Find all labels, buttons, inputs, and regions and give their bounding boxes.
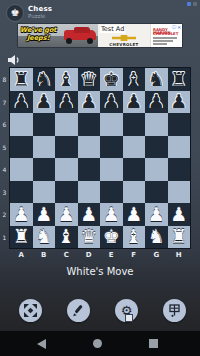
ad-smallprint <box>153 37 177 39</box>
square-h8[interactable]: ♜ <box>168 68 191 91</box>
settings-button[interactable]: ⚙ <box>115 299 138 322</box>
edit-button[interactable] <box>67 299 90 322</box>
black-pawn[interactable]: ♟ <box>125 92 142 111</box>
white-rook[interactable]: ♜ <box>13 227 30 246</box>
black-rook[interactable]: ♜ <box>13 69 30 88</box>
back-button[interactable] <box>37 339 46 349</box>
white-rook[interactable]: ♜ <box>170 227 187 246</box>
square-c8[interactable]: ♝ <box>55 68 78 91</box>
black-pawn[interactable]: ♟ <box>170 92 187 111</box>
expand-board-button[interactable] <box>19 299 42 322</box>
recents-button[interactable] <box>149 339 158 348</box>
ad-smallprint <box>153 43 167 45</box>
square-c5[interactable] <box>55 136 78 159</box>
square-c7[interactable]: ♟ <box>55 91 78 114</box>
square-b8[interactable]: ♞ <box>33 68 56 91</box>
white-pawn[interactable]: ♟ <box>125 204 142 223</box>
black-pawn[interactable]: ♟ <box>148 92 165 111</box>
square-g5[interactable] <box>145 136 168 159</box>
file-label-e: E <box>100 251 123 259</box>
rank-label-3: 3 <box>0 189 9 196</box>
square-b6[interactable] <box>33 113 56 136</box>
square-h3[interactable] <box>168 181 191 204</box>
square-g1[interactable]: ♞ <box>145 226 168 249</box>
sound-toggle[interactable] <box>8 51 21 63</box>
black-pawn[interactable]: ♟ <box>58 92 75 111</box>
square-a1[interactable]: ♜ <box>10 226 33 249</box>
square-d1[interactable]: ♛ <box>78 226 101 249</box>
expand-arrows-icon <box>24 304 37 317</box>
square-f2[interactable]: ♟ <box>123 203 146 226</box>
square-a2[interactable]: ♟ <box>10 203 33 226</box>
rank-labels: 87654321 <box>0 68 10 248</box>
square-h5[interactable] <box>168 136 191 159</box>
black-queen[interactable]: ♛ <box>80 69 97 88</box>
white-pawn[interactable]: ♟ <box>80 204 97 223</box>
square-f5[interactable] <box>123 136 146 159</box>
white-knight[interactable]: ♞ <box>148 227 165 246</box>
square-d7[interactable]: ♟ <box>78 91 101 114</box>
status-bar-icons <box>187 2 197 6</box>
square-e1[interactable]: ♚ <box>100 226 123 249</box>
file-label-f: F <box>123 251 146 259</box>
square-g7[interactable]: ♟ <box>145 91 168 114</box>
status-icon <box>187 2 191 6</box>
rank-label-1: 1 <box>0 234 9 241</box>
chess-king-icon: ♚ <box>11 7 20 18</box>
white-queen[interactable]: ♛ <box>80 227 97 246</box>
ad-smallprint <box>153 40 173 42</box>
chevrolet-bowtie-logo <box>112 35 136 41</box>
white-pawn[interactable]: ♟ <box>35 204 52 223</box>
black-bishop[interactable]: ♝ <box>58 69 75 88</box>
file-label-h: H <box>168 251 191 259</box>
square-d4[interactable] <box>78 158 101 181</box>
black-knight[interactable]: ♞ <box>35 69 52 88</box>
file-label-b: B <box>33 251 56 259</box>
square-b5[interactable] <box>33 136 56 159</box>
black-king[interactable]: ♚ <box>103 69 120 88</box>
square-g2[interactable]: ♟ <box>145 203 168 226</box>
chess-board: ♜♞♝♛♚♝♞♜♟♟♟♟♟♟♟♟♟♟♟♟♟♟♟♟♜♞♝♛♚♝♞♜ <box>10 68 190 248</box>
ad-info-icon[interactable]: ⓘ <box>172 25 177 30</box>
app-subtitle: Puzzle <box>28 13 45 19</box>
jeep-wheel <box>66 38 72 44</box>
rank-label-8: 8 <box>0 76 9 83</box>
black-pawn[interactable]: ♟ <box>35 92 52 111</box>
square-e5[interactable] <box>100 136 123 159</box>
square-e4[interactable] <box>100 158 123 181</box>
square-e8[interactable]: ♚ <box>100 68 123 91</box>
demo-board-button[interactable] <box>163 299 186 322</box>
ad-jeep-image[interactable]: We've gotJeeps! <box>18 24 98 47</box>
square-f7[interactable]: ♟ <box>123 91 146 114</box>
file-label-g: G <box>145 251 168 259</box>
ad-headline: We've gotJeeps! <box>20 26 56 43</box>
file-label-d: D <box>78 251 101 259</box>
rank-label-5: 5 <box>0 144 9 151</box>
square-f4[interactable] <box>123 158 146 181</box>
gear-page-shape <box>125 314 133 322</box>
square-g8[interactable]: ♞ <box>145 68 168 91</box>
file-label-a: A <box>10 251 33 259</box>
square-c4[interactable] <box>55 158 78 181</box>
square-f8[interactable]: ♝ <box>123 68 146 91</box>
square-b1[interactable]: ♞ <box>33 226 56 249</box>
gear-icon: ⚙ <box>121 304 133 317</box>
square-d2[interactable]: ♟ <box>78 203 101 226</box>
square-g4[interactable] <box>145 158 168 181</box>
file-labels: ABCDEFGH <box>10 251 190 259</box>
white-bishop[interactable]: ♝ <box>58 227 75 246</box>
jeep-wheel <box>87 38 93 44</box>
square-c2[interactable]: ♟ <box>55 203 78 226</box>
black-pawn[interactable]: ♟ <box>80 92 97 111</box>
square-f1[interactable]: ♝ <box>123 226 146 249</box>
advertiser-line2: CHEVROLET <box>153 32 178 36</box>
black-bishop[interactable]: ♝ <box>125 69 142 88</box>
square-g6[interactable] <box>145 113 168 136</box>
home-button[interactable] <box>93 339 102 348</box>
white-pawn[interactable]: ♟ <box>58 204 75 223</box>
rank-label-4: 4 <box>0 166 9 173</box>
square-h7[interactable]: ♟ <box>168 91 191 114</box>
square-c6[interactable] <box>55 113 78 136</box>
black-rook[interactable]: ♜ <box>170 69 187 88</box>
rank-label-6: 6 <box>0 121 9 128</box>
ad-banner[interactable]: We've gotJeeps! Test Ad CHEVROLET RANDY … <box>18 24 182 47</box>
pencil-icon <box>72 304 85 317</box>
app-screen: ♚ Chess Puzzle We've gotJeeps! Test Ad C… <box>0 0 200 356</box>
square-a7[interactable]: ♟ <box>10 91 33 114</box>
white-pawn[interactable]: ♟ <box>13 204 30 223</box>
square-h1[interactable]: ♜ <box>168 226 191 249</box>
black-pawn[interactable]: ♟ <box>103 92 120 111</box>
speaker-icon <box>8 54 21 66</box>
square-c1[interactable]: ♝ <box>55 226 78 249</box>
black-knight[interactable]: ♞ <box>148 69 165 88</box>
file-label-c: C <box>55 251 78 259</box>
turn-indicator: White's Move <box>0 266 200 277</box>
square-a8[interactable]: ♜ <box>10 68 33 91</box>
rank-label-2: 2 <box>0 211 9 218</box>
square-a6[interactable] <box>10 113 33 136</box>
white-pawn[interactable]: ♟ <box>148 204 165 223</box>
square-g3[interactable] <box>145 181 168 204</box>
square-e7[interactable]: ♟ <box>100 91 123 114</box>
app-title: Chess <box>28 5 52 13</box>
white-pawn[interactable]: ♟ <box>103 204 120 223</box>
square-b7[interactable]: ♟ <box>33 91 56 114</box>
square-h4[interactable] <box>168 158 191 181</box>
white-pawn[interactable]: ♟ <box>170 204 187 223</box>
toolbar: ⚙ <box>0 297 200 323</box>
square-h6[interactable] <box>168 113 191 136</box>
square-f3[interactable] <box>123 181 146 204</box>
white-king[interactable]: ♚ <box>103 227 120 246</box>
brand-name: CHEVROLET <box>98 42 150 47</box>
square-d3[interactable] <box>78 181 101 204</box>
square-b2[interactable]: ♟ <box>33 203 56 226</box>
square-f6[interactable] <box>123 113 146 136</box>
square-e2[interactable]: ♟ <box>100 203 123 226</box>
demo-board-icon <box>168 304 181 317</box>
square-e3[interactable] <box>100 181 123 204</box>
app-icon: ♚ <box>6 4 24 22</box>
ad-advertiser-section[interactable]: RANDY MARION CHEVROLET ⓘ ✕ <box>150 24 182 47</box>
square-a3[interactable] <box>10 181 33 204</box>
square-b4[interactable] <box>33 158 56 181</box>
status-icon <box>193 2 197 6</box>
square-d6[interactable] <box>78 113 101 136</box>
rank-label-7: 7 <box>0 99 9 106</box>
square-c3[interactable] <box>55 181 78 204</box>
android-nav-bar <box>0 331 200 356</box>
black-pawn[interactable]: ♟ <box>13 92 30 111</box>
square-e6[interactable] <box>100 113 123 136</box>
square-b3[interactable] <box>33 181 56 204</box>
test-ad-label: Test Ad <box>100 25 125 33</box>
square-h2[interactable]: ♟ <box>168 203 191 226</box>
square-a4[interactable] <box>10 158 33 181</box>
square-d8[interactable]: ♛ <box>78 68 101 91</box>
white-bishop[interactable]: ♝ <box>125 227 142 246</box>
square-d5[interactable] <box>78 136 101 159</box>
ad-brand-section[interactable]: Test Ad CHEVROLET <box>98 24 150 47</box>
jeep-illustration-cab <box>74 27 90 33</box>
ad-close-icon[interactable]: ✕ <box>177 25 181 30</box>
white-knight[interactable]: ♞ <box>35 227 52 246</box>
square-a5[interactable] <box>10 136 33 159</box>
